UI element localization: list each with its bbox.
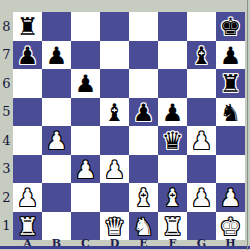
square-d8[interactable] bbox=[100, 12, 129, 41]
piece-black-king: ♚ bbox=[220, 15, 242, 39]
square-c5[interactable] bbox=[71, 98, 100, 127]
piece-white-pawn: ♟ bbox=[191, 129, 213, 153]
square-a8[interactable]: ♜ bbox=[13, 12, 42, 41]
square-f1[interactable]: ♜ bbox=[158, 212, 187, 241]
rank-labels: 87654321 bbox=[0, 12, 13, 240]
piece-white-pawn: ♟ bbox=[220, 186, 242, 210]
square-a5[interactable] bbox=[13, 98, 42, 127]
piece-black-pawn: ♟ bbox=[46, 44, 68, 68]
square-e4[interactable] bbox=[129, 126, 158, 155]
piece-black-queen: ♛ bbox=[162, 129, 184, 153]
square-a1[interactable]: ♜ bbox=[13, 212, 42, 241]
rank-label-5: 5 bbox=[0, 98, 13, 127]
piece-black-pawn: ♟ bbox=[133, 101, 155, 125]
square-d3[interactable]: ♟ bbox=[100, 155, 129, 184]
square-f6[interactable] bbox=[158, 69, 187, 98]
square-d1[interactable]: ♛ bbox=[100, 212, 129, 241]
square-g4[interactable]: ♟ bbox=[187, 126, 216, 155]
square-e3[interactable] bbox=[129, 155, 158, 184]
square-g2[interactable]: ♟ bbox=[187, 183, 216, 212]
square-f8[interactable] bbox=[158, 12, 187, 41]
square-f5[interactable]: ♟ bbox=[158, 98, 187, 127]
rank-label-6: 6 bbox=[0, 69, 13, 98]
piece-black-pawn: ♟ bbox=[162, 101, 184, 125]
rank-label-1: 1 bbox=[0, 212, 13, 241]
square-b3[interactable] bbox=[42, 155, 71, 184]
square-g6[interactable] bbox=[187, 69, 216, 98]
chess-board: ♜♚♟♟♝♟♟♜♝♟♟♞♟♛♟♟♟♟♝♝♟♟♜♛♞♜♚ bbox=[13, 12, 245, 240]
square-e8[interactable] bbox=[129, 12, 158, 41]
piece-white-king: ♚ bbox=[220, 215, 242, 239]
square-g8[interactable] bbox=[187, 12, 216, 41]
square-h1[interactable]: ♚ bbox=[216, 212, 245, 241]
square-a3[interactable] bbox=[13, 155, 42, 184]
square-h8[interactable]: ♚ bbox=[216, 12, 245, 41]
square-b4[interactable]: ♟ bbox=[42, 126, 71, 155]
piece-black-bishop: ♝ bbox=[191, 44, 213, 68]
piece-white-queen: ♛ bbox=[104, 215, 126, 239]
square-g1[interactable] bbox=[187, 212, 216, 241]
square-c8[interactable] bbox=[71, 12, 100, 41]
square-b6[interactable] bbox=[42, 69, 71, 98]
square-d2[interactable] bbox=[100, 183, 129, 212]
board-right-border bbox=[247, 0, 248, 250]
square-e7[interactable] bbox=[129, 41, 158, 70]
square-a4[interactable] bbox=[13, 126, 42, 155]
square-h7[interactable]: ♟ bbox=[216, 41, 245, 70]
square-h5[interactable]: ♞ bbox=[216, 98, 245, 127]
square-g7[interactable]: ♝ bbox=[187, 41, 216, 70]
square-c3[interactable]: ♟ bbox=[71, 155, 100, 184]
piece-white-pawn: ♟ bbox=[75, 158, 97, 182]
square-c4[interactable] bbox=[71, 126, 100, 155]
square-e6[interactable] bbox=[129, 69, 158, 98]
piece-black-pawn: ♟ bbox=[220, 44, 242, 68]
rank-label-8: 8 bbox=[0, 12, 13, 41]
piece-black-rook: ♜ bbox=[17, 15, 39, 39]
piece-black-pawn: ♟ bbox=[75, 72, 97, 96]
square-e2[interactable]: ♝ bbox=[129, 183, 158, 212]
square-a7[interactable]: ♟ bbox=[13, 41, 42, 70]
rank-label-7: 7 bbox=[0, 41, 13, 70]
square-f2[interactable]: ♝ bbox=[158, 183, 187, 212]
square-h4[interactable] bbox=[216, 126, 245, 155]
square-d5[interactable]: ♝ bbox=[100, 98, 129, 127]
square-b8[interactable] bbox=[42, 12, 71, 41]
piece-white-bishop: ♝ bbox=[133, 186, 155, 210]
piece-black-pawn: ♟ bbox=[17, 44, 39, 68]
rank-label-2: 2 bbox=[0, 183, 13, 212]
rank-label-3: 3 bbox=[0, 155, 13, 184]
square-b7[interactable]: ♟ bbox=[42, 41, 71, 70]
square-c1[interactable] bbox=[71, 212, 100, 241]
piece-black-knight: ♞ bbox=[220, 101, 242, 125]
square-d7[interactable] bbox=[100, 41, 129, 70]
square-b2[interactable] bbox=[42, 183, 71, 212]
board-bottom-border bbox=[0, 246, 250, 249]
square-c7[interactable] bbox=[71, 41, 100, 70]
piece-white-pawn: ♟ bbox=[46, 129, 68, 153]
square-g5[interactable] bbox=[187, 98, 216, 127]
piece-white-rook: ♜ bbox=[17, 215, 39, 239]
piece-white-rook: ♜ bbox=[162, 215, 184, 239]
piece-white-pawn: ♟ bbox=[191, 186, 213, 210]
square-d4[interactable] bbox=[100, 126, 129, 155]
square-e5[interactable]: ♟ bbox=[129, 98, 158, 127]
chess-board-panel: 87654321 ♜♚♟♟♝♟♟♜♝♟♟♞♟♛♟♟♟♟♝♝♟♟♜♛♞♜♚ ABC… bbox=[0, 0, 250, 250]
square-d6[interactable] bbox=[100, 69, 129, 98]
piece-white-bishop: ♝ bbox=[162, 186, 184, 210]
square-f3[interactable] bbox=[158, 155, 187, 184]
square-f7[interactable] bbox=[158, 41, 187, 70]
square-a2[interactable]: ♟ bbox=[13, 183, 42, 212]
piece-white-pawn: ♟ bbox=[104, 158, 126, 182]
piece-white-pawn: ♟ bbox=[17, 186, 39, 210]
rank-label-4: 4 bbox=[0, 126, 13, 155]
square-h3[interactable] bbox=[216, 155, 245, 184]
piece-black-rook: ♜ bbox=[220, 72, 242, 96]
piece-white-knight: ♞ bbox=[133, 215, 155, 239]
square-c2[interactable] bbox=[71, 183, 100, 212]
square-f4[interactable]: ♛ bbox=[158, 126, 187, 155]
square-c6[interactable]: ♟ bbox=[71, 69, 100, 98]
square-h6[interactable]: ♜ bbox=[216, 69, 245, 98]
square-g3[interactable] bbox=[187, 155, 216, 184]
piece-black-bishop: ♝ bbox=[104, 101, 126, 125]
square-h2[interactable]: ♟ bbox=[216, 183, 245, 212]
square-b1[interactable] bbox=[42, 212, 71, 241]
square-e1[interactable]: ♞ bbox=[129, 212, 158, 241]
square-a6[interactable] bbox=[13, 69, 42, 98]
square-b5[interactable] bbox=[42, 98, 71, 127]
